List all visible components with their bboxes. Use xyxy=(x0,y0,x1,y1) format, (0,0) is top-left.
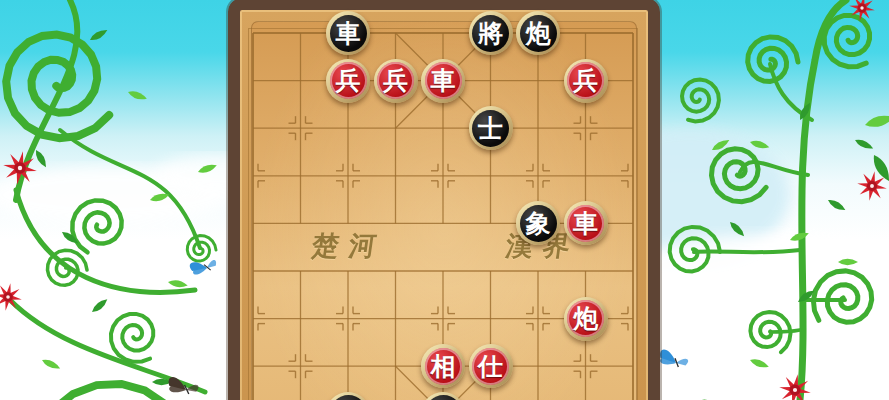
piece-character: 炮 xyxy=(567,300,604,337)
piece-character: 炮 xyxy=(520,15,557,52)
piece-character: 兵 xyxy=(567,62,604,99)
piece-red-advisor[interactable]: 仕 xyxy=(469,344,513,388)
background-vines-right xyxy=(650,0,889,400)
piece-character: 車 xyxy=(425,62,462,99)
piece-character: 士 xyxy=(472,110,509,147)
piece-character: 將 xyxy=(472,15,509,52)
piece-red-soldier[interactable]: 兵 xyxy=(374,59,418,103)
background-vines-left xyxy=(0,0,240,400)
piece-character: 兵 xyxy=(377,62,414,99)
butterfly xyxy=(658,349,690,370)
piece-black-advisor[interactable]: 士 xyxy=(469,106,513,150)
piece-character: 車 xyxy=(567,205,604,242)
piece-black-general[interactable]: 將 xyxy=(469,11,513,55)
piece-red-soldier[interactable]: 兵 xyxy=(326,59,370,103)
piece-red-cannon[interactable]: 炮 xyxy=(564,297,608,341)
river-label-left: 楚河 xyxy=(309,228,388,264)
piece-black-cannon[interactable]: 炮 xyxy=(516,11,560,55)
xiangqi-app-screen: 楚河 漢界 車將炮兵兵車兵士象車炮相仕 xyxy=(0,0,889,400)
piece-character: 象 xyxy=(520,205,557,242)
piece-red-chariot[interactable]: 車 xyxy=(421,59,465,103)
piece-character: 兵 xyxy=(330,62,367,99)
piece-red-chariot[interactable]: 車 xyxy=(564,201,608,245)
piece-red-soldier[interactable]: 兵 xyxy=(564,59,608,103)
piece-character: 車 xyxy=(330,15,367,52)
piece-character: 仕 xyxy=(472,348,509,385)
piece-character xyxy=(425,395,462,400)
piece-character xyxy=(330,395,367,400)
flower xyxy=(779,374,811,400)
piece-red-elephant[interactable]: 相 xyxy=(421,344,465,388)
butterfly xyxy=(167,376,200,396)
xiangqi-board[interactable]: 楚河 漢界 車將炮兵兵車兵士象車炮相仕 xyxy=(228,0,660,400)
piece-character: 相 xyxy=(425,348,462,385)
piece-black-chariot[interactable]: 車 xyxy=(326,11,370,55)
